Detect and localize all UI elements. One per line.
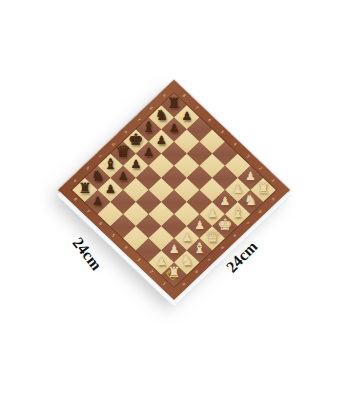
white-pawn-piece: ♟ <box>207 207 218 218</box>
coord-top-3: 3 <box>245 154 250 158</box>
white-rook-piece: ♜ <box>256 181 269 195</box>
white-pawn-piece: ♟ <box>181 231 192 242</box>
coord-top-4: 4 <box>232 142 237 146</box>
black-rook-piece: ♜ <box>78 181 91 195</box>
coord-left-a: a <box>73 178 78 182</box>
dimension-label-left: 24cm <box>69 234 106 274</box>
black-rook-piece: ♜ <box>167 97 180 111</box>
coord-top-5: 5 <box>220 130 225 134</box>
white-pawn-piece: ♟ <box>232 183 243 194</box>
black-pawn-piece: ♟ <box>156 135 167 146</box>
black-pawn-piece: ♟ <box>169 123 180 134</box>
coord-top-6: 6 <box>207 118 212 122</box>
coord-left-f: f <box>137 118 141 122</box>
white-pawn-piece: ♟ <box>169 244 180 255</box>
black-pawn-piece: ♟ <box>92 195 103 206</box>
black-bishop-piece: ♝ <box>142 121 155 135</box>
coord-right-b: b <box>194 270 199 274</box>
white-pawn-piece: ♟ <box>194 219 205 230</box>
coord-right-g: g <box>258 209 263 213</box>
white-queen-piece: ♛ <box>205 229 220 245</box>
coord-bottom-7: 7 <box>85 209 90 213</box>
coord-bottom-8: 8 <box>73 197 78 201</box>
coord-right-a: a <box>182 282 187 286</box>
white-pawn-piece: ♟ <box>156 256 167 267</box>
coord-right-f: f <box>246 222 250 226</box>
black-bishop-piece: ♝ <box>104 157 117 171</box>
coord-top-7: 7 <box>194 106 199 110</box>
black-pawn-piece: ♟ <box>131 159 142 170</box>
black-pawn-piece: ♟ <box>181 111 192 122</box>
coord-left-h: h <box>162 94 167 98</box>
coord-right-c: c <box>207 258 211 262</box>
coord-bottom-4: 4 <box>124 246 129 250</box>
product-photo: ♜♟♟♜♞♟♟♞♝♟♟♝♚♟♟♚♛♟♟♛♝♟♟♝♞♟♟♞♜♟♟♜ 8765432… <box>0 0 350 415</box>
coord-top-2: 2 <box>258 166 263 170</box>
coord-bottom-3: 3 <box>136 258 141 262</box>
black-pawn-piece: ♟ <box>118 171 129 182</box>
black-knight-piece: ♞ <box>91 169 104 183</box>
coord-left-g: g <box>149 106 154 110</box>
black-queen-piece: ♛ <box>116 144 131 160</box>
black-knight-piece: ♞ <box>155 109 168 123</box>
white-bishop-piece: ♝ <box>231 206 244 220</box>
white-pawn-piece: ♟ <box>220 195 231 206</box>
white-knight-piece: ♞ <box>180 254 193 268</box>
black-pawn-piece: ♟ <box>143 147 154 158</box>
coord-left-b: b <box>85 166 90 170</box>
coord-bottom-6: 6 <box>98 221 103 225</box>
coord-right-h: h <box>271 197 276 201</box>
coord-right-e: e <box>233 234 238 238</box>
coord-left-c: c <box>98 154 102 158</box>
coord-top-1: 1 <box>271 178 276 182</box>
white-bishop-piece: ♝ <box>193 242 206 256</box>
white-pawn-piece: ♟ <box>245 171 256 182</box>
coord-top-8: 8 <box>182 94 187 98</box>
coord-bottom-1: 1 <box>162 282 167 286</box>
white-knight-piece: ♞ <box>244 193 257 207</box>
black-pawn-piece: ♟ <box>105 183 116 194</box>
coord-bottom-5: 5 <box>111 233 116 237</box>
coord-bottom-2: 2 <box>149 270 154 274</box>
coord-right-d: d <box>220 246 225 250</box>
white-rook-piece: ♜ <box>167 266 180 280</box>
